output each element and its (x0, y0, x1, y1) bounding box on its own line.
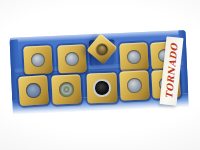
photo-scene: TORNADO (0, 0, 200, 150)
label-text: TORNADO (164, 43, 180, 99)
empty-insert-pocket (89, 39, 116, 66)
